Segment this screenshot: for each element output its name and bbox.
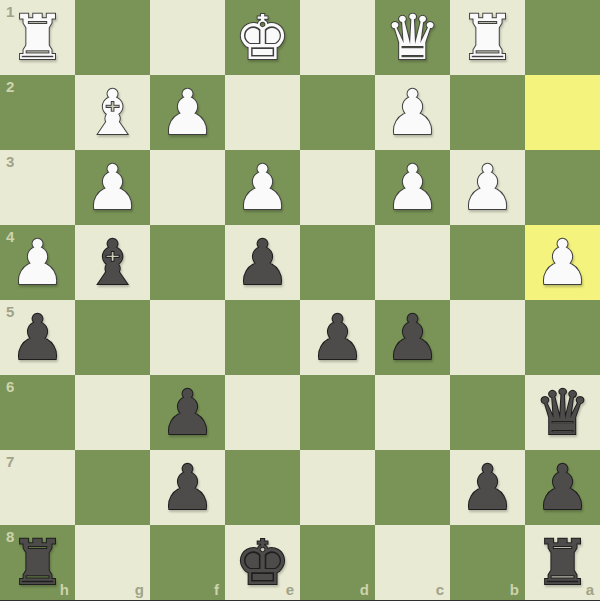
chess-board: 1♜♚♛♜2♝♟♟3♟♟♟♟4♟♝♟♟5♟♟♟6♟♛7♟♟♟8h♜gfe♚dcb… bbox=[0, 0, 600, 600]
square-a1[interactable] bbox=[525, 0, 600, 75]
square-g3[interactable]: ♟ bbox=[75, 150, 150, 225]
black-pawn-piece[interactable]: ♟ bbox=[0, 300, 75, 375]
square-f4[interactable] bbox=[150, 225, 225, 300]
square-c1[interactable]: ♛ bbox=[375, 0, 450, 75]
square-c5[interactable]: ♟ bbox=[375, 300, 450, 375]
square-e8[interactable]: e♚ bbox=[225, 525, 300, 600]
file-label-f: f bbox=[214, 581, 219, 598]
square-b2[interactable] bbox=[450, 75, 525, 150]
square-f6[interactable]: ♟ bbox=[150, 375, 225, 450]
square-h3[interactable]: 3 bbox=[0, 150, 75, 225]
square-b6[interactable] bbox=[450, 375, 525, 450]
square-h1[interactable]: 1♜ bbox=[0, 0, 75, 75]
square-e3[interactable]: ♟ bbox=[225, 150, 300, 225]
white-rook-piece[interactable]: ♜ bbox=[0, 0, 75, 75]
file-label-d: d bbox=[360, 581, 369, 598]
black-rook-piece[interactable]: ♜ bbox=[0, 525, 75, 600]
square-g7[interactable] bbox=[75, 450, 150, 525]
black-pawn-piece[interactable]: ♟ bbox=[375, 300, 450, 375]
square-g8[interactable]: g bbox=[75, 525, 150, 600]
white-pawn-piece[interactable]: ♟ bbox=[375, 75, 450, 150]
square-d3[interactable] bbox=[300, 150, 375, 225]
square-d5[interactable]: ♟ bbox=[300, 300, 375, 375]
square-c7[interactable] bbox=[375, 450, 450, 525]
white-bishop-piece[interactable]: ♝ bbox=[75, 75, 150, 150]
black-pawn-piece[interactable]: ♟ bbox=[150, 450, 225, 525]
rank-label-7: 7 bbox=[6, 453, 14, 470]
white-queen-piece[interactable]: ♛ bbox=[375, 0, 450, 75]
square-h6[interactable]: 6 bbox=[0, 375, 75, 450]
square-b4[interactable] bbox=[450, 225, 525, 300]
black-bishop-piece[interactable]: ♝ bbox=[75, 225, 150, 300]
rank-label-3: 3 bbox=[6, 153, 14, 170]
black-pawn-piece[interactable]: ♟ bbox=[225, 225, 300, 300]
white-pawn-piece[interactable]: ♟ bbox=[450, 150, 525, 225]
square-c4[interactable] bbox=[375, 225, 450, 300]
square-b7[interactable]: ♟ bbox=[450, 450, 525, 525]
square-h5[interactable]: 5♟ bbox=[0, 300, 75, 375]
square-e2[interactable] bbox=[225, 75, 300, 150]
square-f1[interactable] bbox=[150, 0, 225, 75]
white-pawn-piece[interactable]: ♟ bbox=[0, 225, 75, 300]
square-g5[interactable] bbox=[75, 300, 150, 375]
white-king-piece[interactable]: ♚ bbox=[225, 0, 300, 75]
square-h2[interactable]: 2 bbox=[0, 75, 75, 150]
black-rook-piece[interactable]: ♜ bbox=[525, 525, 600, 600]
square-b1[interactable]: ♜ bbox=[450, 0, 525, 75]
rank-label-6: 6 bbox=[6, 378, 14, 395]
square-h4[interactable]: 4♟ bbox=[0, 225, 75, 300]
black-pawn-piece[interactable]: ♟ bbox=[450, 450, 525, 525]
square-b8[interactable]: b bbox=[450, 525, 525, 600]
white-rook-piece[interactable]: ♜ bbox=[450, 0, 525, 75]
square-a3[interactable] bbox=[525, 150, 600, 225]
square-e5[interactable] bbox=[225, 300, 300, 375]
square-f8[interactable]: f bbox=[150, 525, 225, 600]
square-h8[interactable]: 8h♜ bbox=[0, 525, 75, 600]
white-pawn-piece[interactable]: ♟ bbox=[375, 150, 450, 225]
file-label-c: c bbox=[436, 581, 444, 598]
chess-app: 1♜♚♛♜2♝♟♟3♟♟♟♟4♟♝♟♟5♟♟♟6♟♛7♟♟♟8h♜gfe♚dcb… bbox=[0, 0, 600, 601]
square-g4[interactable]: ♝ bbox=[75, 225, 150, 300]
black-pawn-piece[interactable]: ♟ bbox=[300, 300, 375, 375]
square-d7[interactable] bbox=[300, 450, 375, 525]
square-f7[interactable]: ♟ bbox=[150, 450, 225, 525]
rank-label-2: 2 bbox=[6, 78, 14, 95]
square-a8[interactable]: a♜ bbox=[525, 525, 600, 600]
square-c8[interactable]: c bbox=[375, 525, 450, 600]
black-king-piece[interactable]: ♚ bbox=[225, 525, 300, 600]
black-queen-piece[interactable]: ♛ bbox=[525, 375, 600, 450]
black-pawn-piece[interactable]: ♟ bbox=[150, 375, 225, 450]
black-pawn-piece[interactable]: ♟ bbox=[525, 450, 600, 525]
square-g6[interactable] bbox=[75, 375, 150, 450]
square-d4[interactable] bbox=[300, 225, 375, 300]
square-a5[interactable] bbox=[525, 300, 600, 375]
white-pawn-piece[interactable]: ♟ bbox=[525, 225, 600, 300]
square-d1[interactable] bbox=[300, 0, 375, 75]
square-c6[interactable] bbox=[375, 375, 450, 450]
white-pawn-piece[interactable]: ♟ bbox=[75, 150, 150, 225]
square-c3[interactable]: ♟ bbox=[375, 150, 450, 225]
square-g2[interactable]: ♝ bbox=[75, 75, 150, 150]
square-a2[interactable] bbox=[525, 75, 600, 150]
square-d2[interactable] bbox=[300, 75, 375, 150]
square-e4[interactable]: ♟ bbox=[225, 225, 300, 300]
square-d8[interactable]: d bbox=[300, 525, 375, 600]
white-pawn-piece[interactable]: ♟ bbox=[225, 150, 300, 225]
square-f2[interactable]: ♟ bbox=[150, 75, 225, 150]
square-e1[interactable]: ♚ bbox=[225, 0, 300, 75]
white-pawn-piece[interactable]: ♟ bbox=[150, 75, 225, 150]
square-b3[interactable]: ♟ bbox=[450, 150, 525, 225]
square-a4[interactable]: ♟ bbox=[525, 225, 600, 300]
file-label-b: b bbox=[510, 581, 519, 598]
square-f5[interactable] bbox=[150, 300, 225, 375]
square-e7[interactable] bbox=[225, 450, 300, 525]
square-d6[interactable] bbox=[300, 375, 375, 450]
square-h7[interactable]: 7 bbox=[0, 450, 75, 525]
square-a6[interactable]: ♛ bbox=[525, 375, 600, 450]
file-label-g: g bbox=[135, 581, 144, 598]
square-g1[interactable] bbox=[75, 0, 150, 75]
square-e6[interactable] bbox=[225, 375, 300, 450]
square-c2[interactable]: ♟ bbox=[375, 75, 450, 150]
square-f3[interactable] bbox=[150, 150, 225, 225]
square-b5[interactable] bbox=[450, 300, 525, 375]
square-a7[interactable]: ♟ bbox=[525, 450, 600, 525]
